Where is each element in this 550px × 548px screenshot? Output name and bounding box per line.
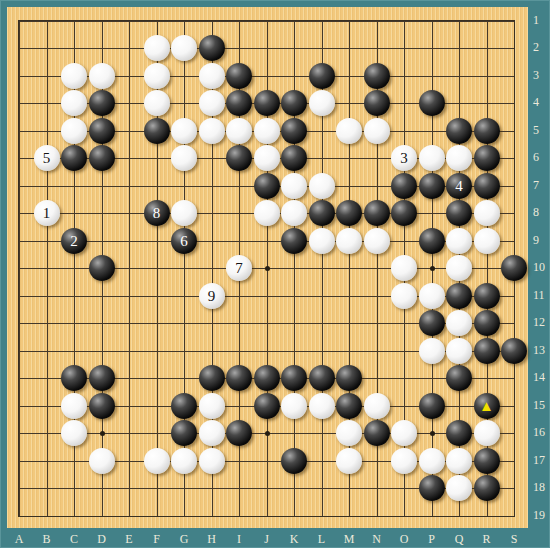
black-stone-D6 — [89, 145, 115, 171]
black-stone-Q16 — [446, 420, 472, 446]
column-label-S: S — [504, 532, 524, 547]
white-stone-D17 — [89, 448, 115, 474]
black-stone-K6 — [281, 145, 307, 171]
star-point — [430, 431, 435, 436]
row-label-7: 7 — [533, 178, 550, 193]
white-stone-N9 — [364, 228, 390, 254]
white-stone-C5 — [61, 118, 87, 144]
white-stone-Q17 — [446, 448, 472, 474]
white-stone-Q12 — [446, 310, 472, 336]
white-stone-K8 — [281, 200, 307, 226]
white-stone-L9 — [309, 228, 335, 254]
white-stone-O6: 3 — [391, 145, 417, 171]
black-stone-I16 — [226, 420, 252, 446]
row-label-13: 13 — [533, 343, 550, 358]
row-label-1: 1 — [533, 13, 550, 28]
black-stone-R12 — [474, 310, 500, 336]
white-stone-O10 — [391, 255, 417, 281]
move-number-label: 3 — [391, 145, 417, 171]
row-label-15: 15 — [533, 398, 550, 413]
row-label-2: 2 — [533, 40, 550, 55]
white-stone-I5 — [226, 118, 252, 144]
white-stone-M17 — [336, 448, 362, 474]
white-stone-H5 — [199, 118, 225, 144]
black-stone-Q5 — [446, 118, 472, 144]
white-stone-J6 — [254, 145, 280, 171]
column-label-M: M — [339, 532, 359, 547]
column-label-A: A — [9, 532, 29, 547]
black-stone-C9: 2 — [61, 228, 87, 254]
move-number-label: 7 — [226, 255, 252, 281]
row-label-17: 17 — [533, 453, 550, 468]
white-stone-H4 — [199, 90, 225, 116]
star-point — [265, 266, 270, 271]
column-label-R: R — [477, 532, 497, 547]
column-label-O: O — [394, 532, 414, 547]
black-stone-C14 — [61, 365, 87, 391]
column-label-N: N — [367, 532, 387, 547]
row-label-9: 9 — [533, 233, 550, 248]
white-stone-F2 — [144, 35, 170, 61]
move-number-label: 6 — [171, 228, 197, 254]
move-number-label: 2 — [61, 228, 87, 254]
black-stone-P15 — [419, 393, 445, 419]
row-label-6: 6 — [533, 150, 550, 165]
move-number-label: 8 — [144, 200, 170, 226]
black-stone-H14 — [199, 365, 225, 391]
row-label-12: 12 — [533, 315, 550, 330]
column-label-D: D — [92, 532, 112, 547]
white-stone-N15 — [364, 393, 390, 419]
column-label-F: F — [147, 532, 167, 547]
black-stone-F8: 8 — [144, 200, 170, 226]
white-stone-P11 — [419, 283, 445, 309]
white-stone-C16 — [61, 420, 87, 446]
black-stone-K17 — [281, 448, 307, 474]
white-stone-H17 — [199, 448, 225, 474]
black-stone-D15 — [89, 393, 115, 419]
row-label-10: 10 — [533, 260, 550, 275]
black-stone-Q11 — [446, 283, 472, 309]
column-label-E: E — [119, 532, 139, 547]
row-label-16: 16 — [533, 425, 550, 440]
white-stone-Q18 — [446, 475, 472, 501]
black-stone-Q7: 4 — [446, 173, 472, 199]
white-stone-F4 — [144, 90, 170, 116]
black-stone-J15 — [254, 393, 280, 419]
white-stone-L15 — [309, 393, 335, 419]
move-number-label: 1 — [34, 200, 60, 226]
move-number-label: 9 — [199, 283, 225, 309]
black-stone-R7 — [474, 173, 500, 199]
black-stone-P18 — [419, 475, 445, 501]
white-stone-J8 — [254, 200, 280, 226]
white-stone-F17 — [144, 448, 170, 474]
black-stone-R13 — [474, 338, 500, 364]
black-stone-C6 — [61, 145, 87, 171]
white-stone-O11 — [391, 283, 417, 309]
white-stone-L7 — [309, 173, 335, 199]
black-stone-H2 — [199, 35, 225, 61]
row-label-14: 14 — [533, 370, 550, 385]
white-stone-C3 — [61, 63, 87, 89]
white-stone-N5 — [364, 118, 390, 144]
white-stone-R9 — [474, 228, 500, 254]
row-label-8: 8 — [533, 205, 550, 220]
black-stone-K14 — [281, 365, 307, 391]
black-stone-R18 — [474, 475, 500, 501]
column-label-P: P — [422, 532, 442, 547]
black-stone-N8 — [364, 200, 390, 226]
black-stone-S13 — [501, 338, 527, 364]
white-stone-O16 — [391, 420, 417, 446]
white-stone-I10: 7 — [226, 255, 252, 281]
black-stone-S10 — [501, 255, 527, 281]
black-stone-I6 — [226, 145, 252, 171]
column-label-H: H — [202, 532, 222, 547]
star-point — [100, 431, 105, 436]
black-stone-N16 — [364, 420, 390, 446]
white-stone-K7 — [281, 173, 307, 199]
column-label-G: G — [174, 532, 194, 547]
white-stone-B6: 5 — [34, 145, 60, 171]
white-stone-P6 — [419, 145, 445, 171]
black-stone-M15 — [336, 393, 362, 419]
white-stone-G5 — [171, 118, 197, 144]
star-point — [430, 266, 435, 271]
black-stone-J14 — [254, 365, 280, 391]
black-stone-F5 — [144, 118, 170, 144]
black-stone-G16 — [171, 420, 197, 446]
black-stone-D5 — [89, 118, 115, 144]
white-stone-H3 — [199, 63, 225, 89]
black-stone-N4 — [364, 90, 390, 116]
black-stone-N3 — [364, 63, 390, 89]
column-label-B: B — [37, 532, 57, 547]
column-label-L: L — [312, 532, 332, 547]
white-stone-D3 — [89, 63, 115, 89]
white-stone-O17 — [391, 448, 417, 474]
black-stone-G9: 6 — [171, 228, 197, 254]
white-stone-P13 — [419, 338, 445, 364]
white-stone-G2 — [171, 35, 197, 61]
row-label-5: 5 — [533, 123, 550, 138]
white-stone-Q6 — [446, 145, 472, 171]
white-stone-R8 — [474, 200, 500, 226]
black-stone-I3 — [226, 63, 252, 89]
row-label-18: 18 — [533, 480, 550, 495]
black-stone-K5 — [281, 118, 307, 144]
go-board-frame: 534182679▲ABCDEFGHIJKLMNOPQRS12345678910… — [0, 0, 550, 548]
black-stone-P4 — [419, 90, 445, 116]
white-stone-Q13 — [446, 338, 472, 364]
white-stone-H16 — [199, 420, 225, 446]
white-stone-C15 — [61, 393, 87, 419]
black-stone-L3 — [309, 63, 335, 89]
black-stone-R17 — [474, 448, 500, 474]
white-stone-M16 — [336, 420, 362, 446]
black-stone-O8 — [391, 200, 417, 226]
move-number-label: 5 — [34, 145, 60, 171]
white-stone-J5 — [254, 118, 280, 144]
black-stone-L8 — [309, 200, 335, 226]
white-stone-Q10 — [446, 255, 472, 281]
white-stone-R16 — [474, 420, 500, 446]
column-label-J: J — [257, 532, 277, 547]
row-label-3: 3 — [533, 68, 550, 83]
black-stone-M14 — [336, 365, 362, 391]
white-stone-M9 — [336, 228, 362, 254]
white-stone-F3 — [144, 63, 170, 89]
row-label-4: 4 — [533, 95, 550, 110]
black-stone-R5 — [474, 118, 500, 144]
black-stone-P7 — [419, 173, 445, 199]
white-stone-K15 — [281, 393, 307, 419]
row-label-11: 11 — [533, 288, 550, 303]
black-stone-O7 — [391, 173, 417, 199]
black-stone-Q8 — [446, 200, 472, 226]
black-stone-P12 — [419, 310, 445, 336]
black-stone-G15 — [171, 393, 197, 419]
white-stone-Q9 — [446, 228, 472, 254]
column-label-Q: Q — [449, 532, 469, 547]
star-point — [265, 431, 270, 436]
black-stone-J7 — [254, 173, 280, 199]
black-stone-L14 — [309, 365, 335, 391]
column-label-K: K — [284, 532, 304, 547]
white-stone-C4 — [61, 90, 87, 116]
white-stone-H11: 9 — [199, 283, 225, 309]
triangle-mark-icon: ▲ — [474, 393, 500, 419]
black-stone-K9 — [281, 228, 307, 254]
black-stone-R11 — [474, 283, 500, 309]
black-stone-M8 — [336, 200, 362, 226]
black-stone-J4 — [254, 90, 280, 116]
black-stone-D4 — [89, 90, 115, 116]
column-label-I: I — [229, 532, 249, 547]
black-stone-D10 — [89, 255, 115, 281]
row-label-19: 19 — [533, 508, 550, 523]
black-stone-P9 — [419, 228, 445, 254]
white-stone-G8 — [171, 200, 197, 226]
black-stone-D14 — [89, 365, 115, 391]
move-number-label: 4 — [446, 173, 472, 199]
black-stone-I14 — [226, 365, 252, 391]
white-stone-L4 — [309, 90, 335, 116]
black-stone-Q14 — [446, 365, 472, 391]
white-stone-G6 — [171, 145, 197, 171]
white-stone-H15 — [199, 393, 225, 419]
white-stone-P17 — [419, 448, 445, 474]
black-stone-R6 — [474, 145, 500, 171]
black-stone-K4 — [281, 90, 307, 116]
grid-line-horizontal — [19, 516, 514, 517]
white-stone-M5 — [336, 118, 362, 144]
white-stone-B8: 1 — [34, 200, 60, 226]
column-label-C: C — [64, 532, 84, 547]
black-stone-I4 — [226, 90, 252, 116]
black-stone-R15: ▲ — [474, 393, 500, 419]
white-stone-G17 — [171, 448, 197, 474]
